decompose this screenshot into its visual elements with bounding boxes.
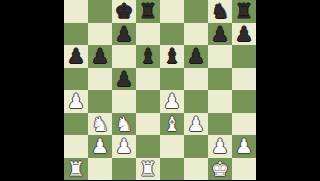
square-e5[interactable] [160,68,184,91]
square-d7[interactable] [136,23,160,46]
square-g8[interactable]: ♞ [208,0,232,23]
white-pawn[interactable]: ♟ [187,113,205,133]
square-a4[interactable]: ♟ [64,90,88,113]
square-g1[interactable]: ♚ [208,158,232,181]
chess-app-viewport: ♚♜♞♜♟♟♟♟♟♝♝♟♟♟♟♞♞♝♟♟♟♟♟♜♜♚ [0,0,320,180]
square-g5[interactable] [208,68,232,91]
square-d4[interactable] [136,90,160,113]
square-g6[interactable] [208,45,232,68]
black-pawn[interactable]: ♟ [115,68,133,88]
square-b1[interactable] [88,158,112,181]
square-d6[interactable]: ♝ [136,45,160,68]
square-g4[interactable] [208,90,232,113]
square-a2[interactable] [64,135,88,158]
letterbox-left [0,0,64,180]
square-c7[interactable]: ♟ [112,23,136,46]
square-b2[interactable]: ♟ [88,135,112,158]
black-bishop[interactable]: ♝ [163,46,181,66]
white-pawn[interactable]: ♟ [67,91,85,111]
black-pawn[interactable]: ♟ [67,46,85,66]
white-rook[interactable]: ♜ [67,158,85,178]
square-d3[interactable] [136,113,160,136]
black-knight[interactable]: ♞ [211,1,229,21]
square-d1[interactable]: ♜ [136,158,160,181]
black-pawn[interactable]: ♟ [235,23,253,43]
square-a8[interactable] [64,0,88,23]
square-c4[interactable] [112,90,136,113]
white-pawn[interactable]: ♟ [211,136,229,156]
square-d8[interactable]: ♜ [136,0,160,23]
square-b4[interactable] [88,90,112,113]
square-e3[interactable]: ♝ [160,113,184,136]
square-g2[interactable]: ♟ [208,135,232,158]
square-g7[interactable]: ♟ [208,23,232,46]
square-h1[interactable] [232,158,256,181]
white-rook[interactable]: ♜ [139,158,157,178]
black-pawn[interactable]: ♟ [91,46,109,66]
square-f7[interactable] [184,23,208,46]
square-c6[interactable] [112,45,136,68]
square-b6[interactable]: ♟ [88,45,112,68]
square-a7[interactable] [64,23,88,46]
square-h8[interactable]: ♜ [232,0,256,23]
black-pawn[interactable]: ♟ [187,46,205,66]
square-a5[interactable] [64,68,88,91]
black-king[interactable]: ♚ [115,1,133,21]
square-b3[interactable]: ♞ [88,113,112,136]
square-e8[interactable] [160,0,184,23]
square-f3[interactable]: ♟ [184,113,208,136]
square-h2[interactable]: ♟ [232,135,256,158]
square-f2[interactable] [184,135,208,158]
square-b5[interactable] [88,68,112,91]
square-b7[interactable] [88,23,112,46]
white-knight[interactable]: ♞ [115,113,133,133]
black-rook[interactable]: ♜ [139,1,157,21]
square-h3[interactable] [232,113,256,136]
square-f6[interactable]: ♟ [184,45,208,68]
square-e2[interactable] [160,135,184,158]
chess-board[interactable]: ♚♜♞♜♟♟♟♟♟♝♝♟♟♟♟♞♞♝♟♟♟♟♟♜♜♚ [64,0,256,180]
square-f1[interactable] [184,158,208,181]
black-bishop[interactable]: ♝ [139,46,157,66]
square-c5[interactable]: ♟ [112,68,136,91]
white-knight[interactable]: ♞ [91,113,109,133]
square-f4[interactable] [184,90,208,113]
square-g3[interactable] [208,113,232,136]
square-e4[interactable]: ♟ [160,90,184,113]
white-bishop[interactable]: ♝ [163,113,181,133]
square-f5[interactable] [184,68,208,91]
square-c2[interactable]: ♟ [112,135,136,158]
white-pawn[interactable]: ♟ [163,91,181,111]
square-a3[interactable] [64,113,88,136]
white-pawn[interactable]: ♟ [235,136,253,156]
square-h5[interactable] [232,68,256,91]
white-pawn[interactable]: ♟ [91,136,109,156]
square-d2[interactable] [136,135,160,158]
square-e1[interactable] [160,158,184,181]
square-c8[interactable]: ♚ [112,0,136,23]
square-h6[interactable] [232,45,256,68]
square-e7[interactable] [160,23,184,46]
black-pawn[interactable]: ♟ [211,23,229,43]
square-d5[interactable] [136,68,160,91]
white-king[interactable]: ♚ [211,158,229,178]
square-a6[interactable]: ♟ [64,45,88,68]
square-a1[interactable]: ♜ [64,158,88,181]
square-c1[interactable] [112,158,136,181]
square-h7[interactable]: ♟ [232,23,256,46]
square-c3[interactable]: ♞ [112,113,136,136]
square-h4[interactable] [232,90,256,113]
square-f8[interactable] [184,0,208,23]
square-b8[interactable] [88,0,112,23]
square-e6[interactable]: ♝ [160,45,184,68]
white-pawn[interactable]: ♟ [115,136,133,156]
letterbox-right [256,0,320,180]
black-rook[interactable]: ♜ [235,1,253,21]
black-pawn[interactable]: ♟ [115,23,133,43]
